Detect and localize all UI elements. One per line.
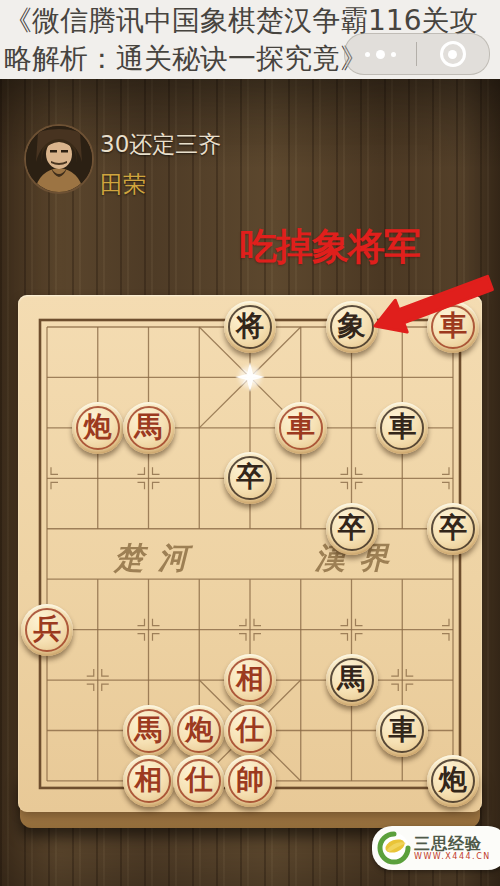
- piece-glyph: 相: [135, 766, 163, 794]
- watermark-brand: 三思经验: [414, 835, 482, 852]
- piece-black-卒[interactable]: 卒: [326, 503, 378, 555]
- piece-black-炮[interactable]: 炮: [427, 755, 479, 807]
- piece-black-将[interactable]: 将: [224, 301, 276, 353]
- piece-red-炮[interactable]: 炮: [72, 402, 124, 454]
- piece-red-炮[interactable]: 炮: [173, 705, 225, 757]
- piece-glyph: 馬: [135, 413, 163, 441]
- piece-glyph: 象: [338, 312, 366, 340]
- piece-black-馬[interactable]: 馬: [326, 654, 378, 706]
- piece-black-卒[interactable]: 卒: [224, 452, 276, 504]
- piece-glyph: 炮: [84, 413, 112, 441]
- piece-glyph: 帥: [236, 766, 264, 794]
- piece-red-帥[interactable]: 帥: [224, 755, 276, 807]
- move-annotation: 吃掉象将军: [225, 222, 435, 272]
- player-name: 田荣: [100, 169, 146, 200]
- last-move-sparkle: [228, 355, 272, 399]
- watermark-badge: 三思经验 WWW.X444.CN: [372, 826, 500, 870]
- piece-red-車[interactable]: 車: [275, 402, 327, 454]
- piece-red-仕[interactable]: 仕: [173, 755, 225, 807]
- piece-glyph: 炮: [439, 766, 467, 794]
- watermark-logo-icon: [377, 831, 411, 865]
- piece-glyph: 車: [388, 413, 416, 441]
- exit-circle-icon[interactable]: [417, 41, 488, 67]
- piece-glyph: 炮: [185, 716, 213, 744]
- wechat-capsule[interactable]: [344, 33, 490, 75]
- move-hint-arrow: [365, 268, 500, 343]
- xiangqi-board[interactable]: 楚河 漢界 将象車炮馬車車卒卒卒兵相馬馬炮仕車相仕帥炮: [18, 295, 482, 812]
- piece-glyph: 車: [388, 716, 416, 744]
- piece-red-相[interactable]: 相: [123, 755, 175, 807]
- player-avatar: [24, 124, 94, 194]
- piece-glyph: 馬: [135, 716, 163, 744]
- piece-glyph: 仕: [236, 716, 264, 744]
- piece-glyph: 卒: [236, 463, 264, 491]
- piece-red-兵[interactable]: 兵: [21, 604, 73, 656]
- watermark-url: WWW.X444.CN: [414, 852, 491, 861]
- piece-red-馬[interactable]: 馬: [123, 705, 175, 757]
- piece-glyph: 相: [236, 665, 264, 693]
- level-title: 30还定三齐: [100, 129, 221, 160]
- piece-glyph: 兵: [33, 615, 61, 643]
- piece-glyph: 卒: [439, 514, 467, 542]
- page-title-bar: 《微信腾讯中国象棋楚汉争霸116关攻略解析：通关秘诀一探究竟》: [0, 0, 500, 79]
- piece-glyph: 仕: [185, 766, 213, 794]
- screenshot-root: 《微信腾讯中国象棋楚汉争霸116关攻略解析：通关秘诀一探究竟》: [0, 0, 500, 886]
- piece-glyph: 車: [287, 413, 315, 441]
- more-options-icon[interactable]: [345, 50, 416, 59]
- piece-glyph: 卒: [338, 514, 366, 542]
- piece-black-卒[interactable]: 卒: [427, 503, 479, 555]
- piece-glyph: 馬: [338, 665, 366, 693]
- piece-glyph: 将: [236, 312, 264, 340]
- piece-red-相[interactable]: 相: [224, 654, 276, 706]
- piece-black-車[interactable]: 車: [376, 705, 428, 757]
- river-label-left: 楚河: [114, 538, 202, 579]
- piece-red-馬[interactable]: 馬: [123, 402, 175, 454]
- piece-black-車[interactable]: 車: [376, 402, 428, 454]
- piece-red-仕[interactable]: 仕: [224, 705, 276, 757]
